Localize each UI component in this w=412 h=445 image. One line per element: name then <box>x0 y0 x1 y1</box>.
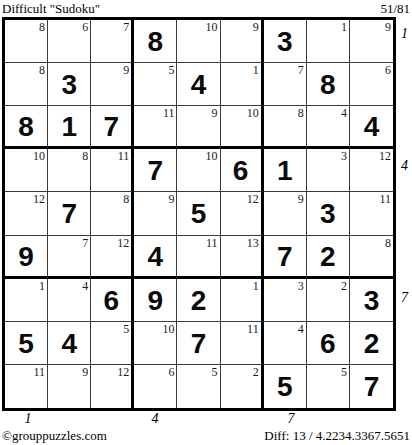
progress-counter: 51/81 <box>380 1 410 17</box>
copyright-text: ©grouppuzzles.com <box>2 428 107 444</box>
pencil-number: 1 <box>253 63 259 77</box>
pencil-number: 7 <box>123 20 129 34</box>
pencil-number: 10 <box>247 106 259 120</box>
pencil-number: 9 <box>385 20 391 34</box>
cell-r9-c5[interactable]: 5 <box>177 365 220 408</box>
cell-r4-c7[interactable]: 1 <box>264 149 307 192</box>
pencil-number: 13 <box>247 236 259 250</box>
pencil-number: 6 <box>168 365 174 379</box>
pencil-number: 5 <box>168 63 174 77</box>
cell-digit: 7 <box>277 243 293 271</box>
cell-digit: 1 <box>61 113 77 141</box>
cell-r9-c4[interactable]: 6 <box>134 365 177 408</box>
cell-digit: 2 <box>364 330 380 358</box>
cell-r9-c1[interactable]: 11 <box>5 365 48 408</box>
pencil-number: 7 <box>298 63 304 77</box>
pencil-number: 1 <box>253 279 259 293</box>
cell-r7-c1[interactable]: 1 <box>5 279 48 322</box>
pencil-number: 9 <box>253 20 259 34</box>
pencil-number: 7 <box>82 236 88 250</box>
cell-r2-c4[interactable]: 5 <box>134 63 177 106</box>
cell-r1-c5[interactable]: 10 <box>177 20 220 63</box>
cell-r1-c7[interactable]: 3 <box>264 20 307 63</box>
cell-r5-c3[interactable]: 8 <box>91 192 134 235</box>
pencil-number: 8 <box>39 20 45 34</box>
cell-r6-c4[interactable]: 4 <box>134 236 177 279</box>
pencil-number: 8 <box>39 63 45 77</box>
cell-r2-c9[interactable]: 6 <box>350 63 393 106</box>
cell-r6-c2[interactable]: 7 <box>48 236 91 279</box>
cell-r4-c5[interactable]: 10 <box>177 149 220 192</box>
pencil-number: 8 <box>298 106 304 120</box>
cell-r7-c9[interactable]: 3 <box>350 279 393 322</box>
cell-r2-c1[interactable]: 8 <box>5 63 48 106</box>
pencil-number: 11 <box>379 192 391 206</box>
pencil-number: 4 <box>82 279 88 293</box>
cell-digit: 4 <box>61 330 77 358</box>
pencil-number: 3 <box>341 149 347 163</box>
pencil-number: 5 <box>341 365 347 379</box>
cell-r7-c3[interactable]: 6 <box>91 279 134 322</box>
pencil-number: 11 <box>163 106 175 120</box>
pencil-number: 8 <box>385 236 391 250</box>
cell-r3-c1[interactable]: 8 <box>5 106 48 149</box>
cell-r1-c2[interactable]: 6 <box>48 20 91 63</box>
cell-r9-c7[interactable]: 5 <box>264 365 307 408</box>
cell-r3-c8[interactable]: 4 <box>307 106 350 149</box>
pencil-number: 9 <box>123 63 129 77</box>
cell-r4-c9[interactable]: 12 <box>350 149 393 192</box>
sudoku-grid: 8678109319839541786817119108441081171061… <box>2 17 396 411</box>
cell-r4-c6[interactable]: 6 <box>221 149 264 192</box>
pencil-number: 1 <box>39 279 45 293</box>
cell-r2-c2[interactable]: 3 <box>48 63 91 106</box>
cell-r4-c1[interactable]: 10 <box>5 149 48 192</box>
pencil-number: 6 <box>385 63 391 77</box>
cell-r2-c3[interactable]: 9 <box>91 63 134 106</box>
cell-r3-c9[interactable]: 4 <box>350 106 393 149</box>
pencil-number: 9 <box>168 192 174 206</box>
cell-r6-c1[interactable]: 9 <box>5 236 48 279</box>
cell-r8-c7[interactable]: 4 <box>264 322 307 365</box>
cell-digit: 3 <box>320 200 336 228</box>
cell-r1-c4[interactable]: 8 <box>134 20 177 63</box>
cell-r2-c8[interactable]: 8 <box>307 63 350 106</box>
cell-r2-c5[interactable]: 4 <box>177 63 220 106</box>
row-marker-4: 4 <box>401 158 408 174</box>
pencil-number: 4 <box>298 322 304 336</box>
cell-r1-c9[interactable]: 9 <box>350 20 393 63</box>
cell-r8-c6[interactable]: 11 <box>221 322 264 365</box>
cell-digit: 6 <box>103 287 119 315</box>
pencil-number: 12 <box>33 192 45 206</box>
cell-digit: 9 <box>148 287 164 315</box>
cell-r7-c7[interactable]: 3 <box>264 279 307 322</box>
cell-r3-c3[interactable]: 7 <box>91 106 134 149</box>
cell-r9-c6[interactable]: 2 <box>221 365 264 408</box>
cell-digit: 3 <box>61 71 77 99</box>
cell-r3-c6[interactable]: 10 <box>221 106 264 149</box>
difficulty-text: Diff: 13 / 4.2234.3367.5651 <box>264 428 410 444</box>
cell-digit: 4 <box>148 243 164 271</box>
cell-digit: 6 <box>320 330 336 358</box>
pencil-number: 12 <box>117 365 129 379</box>
pencil-number: 5 <box>123 322 129 336</box>
cell-r3-c4[interactable]: 11 <box>134 106 177 149</box>
cell-r7-c5[interactable]: 2 <box>177 279 220 322</box>
cell-r8-c2[interactable]: 4 <box>48 322 91 365</box>
cell-r5-c4[interactable]: 9 <box>134 192 177 235</box>
cell-digit: 4 <box>191 71 207 99</box>
cell-r6-c7[interactable]: 7 <box>264 236 307 279</box>
cell-r4-c8[interactable]: 3 <box>307 149 350 192</box>
cell-r4-c4[interactable]: 7 <box>134 149 177 192</box>
cell-r6-c9[interactable]: 8 <box>350 236 393 279</box>
page-title: Difficult "Sudoku" <box>2 1 100 17</box>
cell-r9-c9[interactable]: 7 <box>350 365 393 408</box>
cell-r6-c8[interactable]: 2 <box>307 236 350 279</box>
col-marker-7: 7 <box>288 411 295 427</box>
cell-r1-c6[interactable]: 9 <box>221 20 264 63</box>
pencil-number: 9 <box>298 192 304 206</box>
cell-r2-c6[interactable]: 1 <box>221 63 264 106</box>
cell-r5-c5[interactable]: 5 <box>177 192 220 235</box>
col-marker-4: 4 <box>152 411 159 427</box>
cell-digit: 8 <box>18 113 34 141</box>
cell-r7-c4[interactable]: 9 <box>134 279 177 322</box>
pencil-number: 10 <box>206 20 218 34</box>
cell-r8-c5[interactable]: 7 <box>177 322 220 365</box>
cell-r5-c2[interactable]: 7 <box>48 192 91 235</box>
cell-r4-c2[interactable]: 8 <box>48 149 91 192</box>
cell-r6-c5[interactable]: 11 <box>177 236 220 279</box>
cell-digit: 3 <box>277 28 293 56</box>
cell-digit: 5 <box>277 373 293 401</box>
cell-r4-c3[interactable]: 11 <box>91 149 134 192</box>
pencil-number: 12 <box>379 149 391 163</box>
pencil-number: 3 <box>298 279 304 293</box>
cell-r6-c3[interactable]: 12 <box>91 236 134 279</box>
cell-r9-c8[interactable]: 5 <box>307 365 350 408</box>
pencil-number: 10 <box>206 149 218 163</box>
pencil-number: 1 <box>341 20 347 34</box>
cell-r5-c1[interactable]: 12 <box>5 192 48 235</box>
cell-r8-c4[interactable]: 10 <box>134 322 177 365</box>
cell-digit: 5 <box>191 200 207 228</box>
cell-r8-c3[interactable]: 5 <box>91 322 134 365</box>
pencil-number: 12 <box>117 236 129 250</box>
cell-digit: 7 <box>103 113 119 141</box>
pencil-number: 9 <box>212 106 218 120</box>
cell-digit: 7 <box>191 330 207 358</box>
pencil-number: 4 <box>341 106 347 120</box>
cell-digit: 7 <box>61 200 77 228</box>
pencil-number: 11 <box>34 365 46 379</box>
cell-digit: 3 <box>364 287 380 315</box>
pencil-number: 8 <box>123 192 129 206</box>
pencil-number: 11 <box>206 236 218 250</box>
cell-r7-c6[interactable]: 1 <box>221 279 264 322</box>
cell-r7-c2[interactable]: 4 <box>48 279 91 322</box>
cell-r9-c3[interactable]: 12 <box>91 365 134 408</box>
cell-r7-c8[interactable]: 2 <box>307 279 350 322</box>
pencil-number: 5 <box>212 365 218 379</box>
cell-r6-c6[interactable]: 13 <box>221 236 264 279</box>
cell-digit: 2 <box>191 287 207 315</box>
cell-r8-c9[interactable]: 2 <box>350 322 393 365</box>
cell-r2-c7[interactable]: 7 <box>264 63 307 106</box>
cell-r3-c2[interactable]: 1 <box>48 106 91 149</box>
pencil-number: 12 <box>247 192 259 206</box>
pencil-number: 11 <box>247 322 259 336</box>
pencil-number: 6 <box>82 20 88 34</box>
pencil-number: 10 <box>33 149 45 163</box>
pencil-number: 2 <box>253 365 259 379</box>
cell-r5-c7[interactable]: 9 <box>264 192 307 235</box>
cell-digit: 1 <box>277 157 293 185</box>
cell-r8-c1[interactable]: 5 <box>5 322 48 365</box>
cell-digit: 8 <box>320 71 336 99</box>
pencil-number: 2 <box>341 279 347 293</box>
pencil-number: 10 <box>162 322 174 336</box>
pencil-number: 11 <box>118 149 130 163</box>
pencil-number: 9 <box>82 365 88 379</box>
cell-r3-c7[interactable]: 8 <box>264 106 307 149</box>
cell-r9-c2[interactable]: 9 <box>48 365 91 408</box>
cell-r8-c8[interactable]: 6 <box>307 322 350 365</box>
cell-digit: 8 <box>148 28 164 56</box>
cell-r5-c9[interactable]: 11 <box>350 192 393 235</box>
pencil-number: 8 <box>82 149 88 163</box>
row-marker-1: 1 <box>401 26 408 42</box>
cell-digit: 2 <box>320 243 336 271</box>
cell-r5-c6[interactable]: 12 <box>221 192 264 235</box>
cell-r1-c8[interactable]: 1 <box>307 20 350 63</box>
cell-r5-c8[interactable]: 3 <box>307 192 350 235</box>
cell-digit: 9 <box>18 243 34 271</box>
cell-digit: 7 <box>364 373 380 401</box>
sudoku-page: Difficult "Sudoku" 51/81 867810931983954… <box>0 0 412 445</box>
cell-digit: 6 <box>233 157 249 185</box>
cell-r3-c5[interactable]: 9 <box>177 106 220 149</box>
cell-r1-c1[interactable]: 8 <box>5 20 48 63</box>
cell-r1-c3[interactable]: 7 <box>91 20 134 63</box>
cell-digit: 5 <box>18 330 34 358</box>
col-marker-1: 1 <box>25 411 32 427</box>
row-marker-7: 7 <box>401 290 408 306</box>
cell-digit: 7 <box>148 157 164 185</box>
cell-digit: 4 <box>364 113 380 141</box>
